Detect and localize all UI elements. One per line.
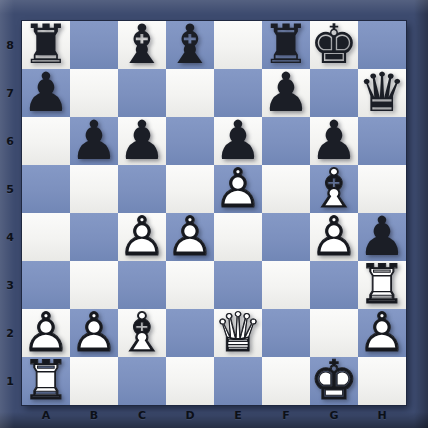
square-g3[interactable]: [310, 261, 358, 309]
black-pawn-glyph: ♟: [118, 117, 166, 165]
square-g8[interactable]: ♚: [310, 21, 358, 69]
rank-label-2: 2: [0, 309, 20, 357]
chess-board: ♜♝♝♜♚♟♟♛♟♟♟♟♟♙♝♗♟♙♟♙♟♙♟♜♖♟♙♟♙♝♗♛♕♟♙♜♖♚♔: [22, 21, 406, 405]
square-c6[interactable]: ♟: [118, 117, 166, 165]
black-queen-glyph: ♛: [358, 69, 406, 117]
square-b2[interactable]: ♟♙: [70, 309, 118, 357]
square-h2[interactable]: ♟♙: [358, 309, 406, 357]
square-b5[interactable]: [70, 165, 118, 213]
piece-white-king-g1[interactable]: ♚♔: [310, 357, 358, 405]
board-frame: 87654321 ABCDEFGH ♜♝♝♜♚♟♟♛♟♟♟♟♟♙♝♗♟♙♟♙♟♙…: [0, 0, 428, 428]
black-pawn-glyph: ♟: [22, 69, 70, 117]
piece-black-pawn-f7[interactable]: ♟: [262, 69, 310, 117]
square-a6[interactable]: [22, 117, 70, 165]
square-b1[interactable]: [70, 357, 118, 405]
square-a1[interactable]: ♜♖: [22, 357, 70, 405]
square-c8[interactable]: ♝: [118, 21, 166, 69]
piece-black-bishop-d8[interactable]: ♝: [166, 21, 214, 69]
square-d2[interactable]: [166, 309, 214, 357]
file-label-h: H: [358, 405, 406, 425]
piece-black-king-g8[interactable]: ♚: [310, 21, 358, 69]
square-e2[interactable]: ♛♕: [214, 309, 262, 357]
white-pawn-outline-glyph: ♙: [310, 213, 358, 261]
black-bishop-glyph: ♝: [166, 21, 214, 69]
white-rook-outline-glyph: ♖: [22, 357, 70, 405]
square-b4[interactable]: [70, 213, 118, 261]
rank-label-1: 1: [0, 357, 20, 405]
piece-white-pawn-g4[interactable]: ♟♙: [310, 213, 358, 261]
square-d4[interactable]: ♟♙: [166, 213, 214, 261]
piece-white-pawn-b2[interactable]: ♟♙: [70, 309, 118, 357]
piece-black-bishop-c8[interactable]: ♝: [118, 21, 166, 69]
piece-white-pawn-c4[interactable]: ♟♙: [118, 213, 166, 261]
white-queen-outline-glyph: ♕: [214, 309, 262, 357]
rank-label-8: 8: [0, 21, 20, 69]
square-a7[interactable]: ♟: [22, 69, 70, 117]
piece-white-pawn-e5[interactable]: ♟♙: [214, 165, 262, 213]
piece-white-rook-a1[interactable]: ♜♖: [22, 357, 70, 405]
square-c4[interactable]: ♟♙: [118, 213, 166, 261]
square-b6[interactable]: ♟: [70, 117, 118, 165]
square-h7[interactable]: ♛: [358, 69, 406, 117]
square-e5[interactable]: ♟♙: [214, 165, 262, 213]
file-label-d: D: [166, 405, 214, 425]
file-label-c: C: [118, 405, 166, 425]
piece-black-queen-h7[interactable]: ♛: [358, 69, 406, 117]
rank-label-3: 3: [0, 261, 20, 309]
rank-label-6: 6: [0, 117, 20, 165]
white-pawn-outline-glyph: ♙: [358, 309, 406, 357]
rank-labels: 87654321: [0, 21, 22, 405]
square-f1[interactable]: [262, 357, 310, 405]
square-d3[interactable]: [166, 261, 214, 309]
square-c1[interactable]: [118, 357, 166, 405]
piece-white-pawn-d4[interactable]: ♟♙: [166, 213, 214, 261]
white-pawn-outline-glyph: ♙: [166, 213, 214, 261]
piece-black-pawn-b6[interactable]: ♟: [70, 117, 118, 165]
white-pawn-outline-glyph: ♙: [70, 309, 118, 357]
piece-white-bishop-c2[interactable]: ♝♗: [118, 309, 166, 357]
square-h1[interactable]: [358, 357, 406, 405]
square-g4[interactable]: ♟♙: [310, 213, 358, 261]
square-e1[interactable]: [214, 357, 262, 405]
square-b8[interactable]: [70, 21, 118, 69]
square-a5[interactable]: [22, 165, 70, 213]
white-bishop-outline-glyph: ♗: [118, 309, 166, 357]
black-pawn-glyph: ♟: [262, 69, 310, 117]
file-label-e: E: [214, 405, 262, 425]
black-king-glyph: ♚: [310, 21, 358, 69]
file-label-b: B: [70, 405, 118, 425]
rank-label-5: 5: [0, 165, 20, 213]
piece-black-pawn-a7[interactable]: ♟: [22, 69, 70, 117]
square-h6[interactable]: [358, 117, 406, 165]
white-pawn-outline-glyph: ♙: [214, 165, 262, 213]
square-e8[interactable]: [214, 21, 262, 69]
rank-label-7: 7: [0, 69, 20, 117]
square-f6[interactable]: [262, 117, 310, 165]
rank-label-4: 4: [0, 213, 20, 261]
square-f7[interactable]: ♟: [262, 69, 310, 117]
square-a4[interactable]: [22, 213, 70, 261]
square-f4[interactable]: [262, 213, 310, 261]
piece-white-pawn-h2[interactable]: ♟♙: [358, 309, 406, 357]
square-d1[interactable]: [166, 357, 214, 405]
square-d8[interactable]: ♝: [166, 21, 214, 69]
black-pawn-glyph: ♟: [70, 117, 118, 165]
square-c2[interactable]: ♝♗: [118, 309, 166, 357]
black-bishop-glyph: ♝: [118, 21, 166, 69]
square-d7[interactable]: [166, 69, 214, 117]
square-f2[interactable]: [262, 309, 310, 357]
piece-white-queen-e2[interactable]: ♛♕: [214, 309, 262, 357]
square-d6[interactable]: [166, 117, 214, 165]
white-king-outline-glyph: ♔: [310, 357, 358, 405]
file-label-f: F: [262, 405, 310, 425]
square-e4[interactable]: [214, 213, 262, 261]
white-pawn-outline-glyph: ♙: [118, 213, 166, 261]
square-g1[interactable]: ♚♔: [310, 357, 358, 405]
square-f5[interactable]: [262, 165, 310, 213]
square-f3[interactable]: [262, 261, 310, 309]
piece-black-pawn-c6[interactable]: ♟: [118, 117, 166, 165]
